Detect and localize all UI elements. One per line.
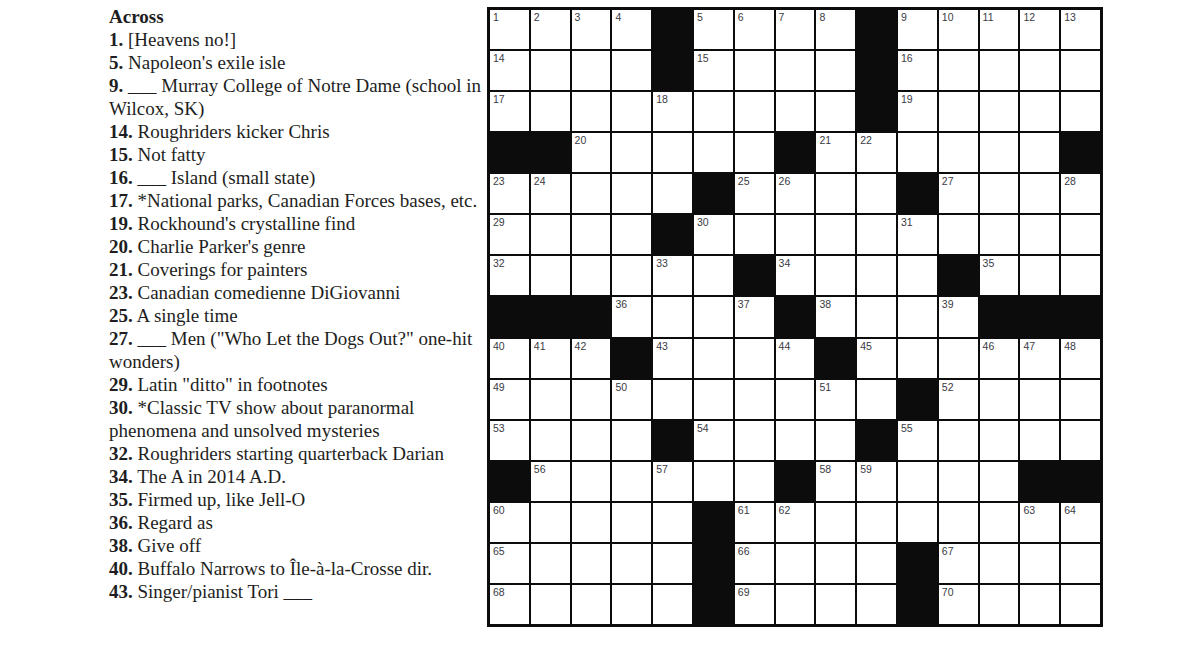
grid-cell[interactable] [1061,215,1100,254]
grid-cell[interactable]: 66 [735,544,774,583]
grid-cell[interactable] [980,92,1019,131]
cell-number: 27 [942,175,954,187]
grid-cell[interactable]: 27 [939,174,978,213]
grid-cell[interactable] [816,585,855,624]
black-cell [776,297,815,336]
grid-cell[interactable]: 13 [1061,10,1100,49]
grid-cell[interactable]: 44 [776,339,815,378]
grid-cell[interactable] [572,421,611,460]
grid-cell[interactable]: 58 [816,462,855,501]
cell-number: 13 [1064,11,1076,23]
grid-cell[interactable]: 19 [898,92,937,131]
grid-cell[interactable]: 11 [980,10,1019,49]
cell-number: 19 [901,93,913,105]
grid-cell[interactable] [939,215,978,254]
grid-cell[interactable] [735,462,774,501]
grid-cell[interactable] [776,51,815,90]
grid-cell[interactable] [735,215,774,254]
cell-number: 45 [860,340,872,352]
grid-cell[interactable] [612,92,651,131]
grid-cell[interactable]: 21 [816,133,855,172]
cell-number: 1 [493,11,499,23]
grid-cell[interactable] [1020,92,1059,131]
grid-cell[interactable] [816,51,855,90]
grid-cell[interactable]: 16 [898,51,937,90]
grid-cell[interactable] [816,256,855,295]
grid-cell[interactable] [816,174,855,213]
clue-number: 1. [109,29,123,50]
grid-cell[interactable] [735,339,774,378]
grid-cell[interactable] [572,503,611,542]
black-cell [816,339,855,378]
clue-number: 27. [109,328,133,349]
grid-cell[interactable] [531,380,570,419]
grid-cell[interactable] [572,380,611,419]
grid-cell[interactable] [1020,256,1059,295]
black-cell [490,133,529,172]
clue-number: 20. [109,236,133,257]
grid-cell[interactable] [898,297,937,336]
clue-number: 32. [109,443,133,464]
cell-number: 64 [1064,504,1076,516]
grid-cell[interactable]: 38 [816,297,855,336]
grid-cell[interactable] [531,503,570,542]
cell-number: 17 [493,93,505,105]
grid-cell[interactable] [816,421,855,460]
cell-number: 67 [942,545,954,557]
grid-cell[interactable]: 43 [653,339,692,378]
grid-cell[interactable]: 52 [939,380,978,419]
grid-cell[interactable] [612,503,651,542]
grid-cell[interactable] [735,51,774,90]
grid-cell[interactable] [531,256,570,295]
grid-cell[interactable] [694,92,733,131]
grid-cell[interactable] [776,544,815,583]
grid-cell[interactable] [612,585,651,624]
cell-number: 5 [697,11,703,23]
grid-cell[interactable] [694,256,733,295]
grid-cell[interactable] [612,256,651,295]
cell-number: 21 [819,134,831,146]
clue-item: 36. Regard as [109,511,487,534]
grid-cell[interactable] [776,585,815,624]
cell-number: 60 [493,504,505,516]
cell-number: 20 [575,134,587,146]
grid-cell[interactable] [612,51,651,90]
cell-number: 2 [534,11,540,23]
clue-item: 15. Not fatty [109,143,487,166]
black-cell [857,421,896,460]
grid-cell[interactable]: 26 [776,174,815,213]
black-cell [1061,297,1100,336]
grid-cell[interactable] [1061,544,1100,583]
grid-cell[interactable] [939,92,978,131]
grid-cell[interactable] [735,92,774,131]
grid-cell[interactable] [1020,174,1059,213]
grid-cell[interactable]: 17 [490,92,529,131]
grid-cell[interactable] [776,215,815,254]
black-cell [490,462,529,501]
grid-cell[interactable]: 68 [490,585,529,624]
grid-cell[interactable] [980,462,1019,501]
cell-number: 34 [779,257,791,269]
grid-cell[interactable] [694,339,733,378]
grid-cell[interactable]: 6 [735,10,774,49]
grid-cell[interactable] [939,421,978,460]
black-cell [694,544,733,583]
clue-item: 25. A single time [109,304,487,327]
grid-cell[interactable] [653,503,692,542]
grid-cell[interactable]: 65 [490,544,529,583]
cell-number: 7 [779,11,785,23]
grid-cell[interactable] [776,92,815,131]
clue-number: 5. [109,52,123,73]
clue-text: ___ Men ("Who Let the Dogs Out?" one-hit… [109,328,472,372]
clue-number: 15. [109,144,133,165]
grid-cell[interactable]: 12 [1020,10,1059,49]
grid-cell[interactable]: 8 [816,10,855,49]
clue-text: Napoleon's exile isle [128,52,286,73]
black-cell [898,544,937,583]
grid-cell[interactable] [1020,380,1059,419]
cell-number: 28 [1064,175,1076,187]
grid-cell[interactable]: 18 [653,92,692,131]
cell-number: 37 [738,298,750,310]
cell-number: 63 [1023,504,1035,516]
cell-number: 32 [493,257,505,269]
grid-cell[interactable] [857,503,896,542]
grid-cell[interactable] [572,585,611,624]
grid-cell[interactable] [612,544,651,583]
grid-cell[interactable]: 45 [857,339,896,378]
grid-cell[interactable]: 30 [694,215,733,254]
grid-cell[interactable] [816,92,855,131]
grid-cell[interactable]: 15 [694,51,733,90]
grid-cell[interactable] [980,215,1019,254]
grid-cell[interactable] [1061,51,1100,90]
cell-number: 44 [779,340,791,352]
grid-cell[interactable] [1061,380,1100,419]
clue-number: 17. [109,190,133,211]
grid-cell[interactable]: 70 [939,585,978,624]
clue-number: 38. [109,535,133,556]
cell-number: 11 [983,11,994,23]
grid-cell[interactable] [857,174,896,213]
grid-cell[interactable] [612,462,651,501]
grid-cell[interactable] [1061,421,1100,460]
cell-number: 57 [656,463,668,475]
grid-cell[interactable] [898,462,937,501]
grid-cell[interactable] [898,256,937,295]
grid-cell[interactable] [939,51,978,90]
clue-item: 9. ___ Murray College of Notre Dame (sch… [109,74,487,120]
grid-cell[interactable]: 41 [531,339,570,378]
clue-item: 5. Napoleon's exile isle [109,51,487,74]
grid-cell[interactable]: 25 [735,174,774,213]
grid-cell[interactable] [776,380,815,419]
grid-cell[interactable] [980,585,1019,624]
grid-cell[interactable]: 59 [857,462,896,501]
grid-cell[interactable]: 49 [490,380,529,419]
grid-cell[interactable] [1020,421,1059,460]
grid-cell[interactable]: 1 [490,10,529,49]
cell-number: 68 [493,586,505,598]
grid-cell[interactable] [653,174,692,213]
cell-number: 31 [901,216,913,228]
grid-cell[interactable] [653,297,692,336]
cell-number: 16 [901,52,913,64]
clue-text: Latin "ditto" in footnotes [138,374,328,395]
grid-cell[interactable] [1061,256,1100,295]
grid-cell[interactable] [857,215,896,254]
grid-cell[interactable]: 32 [490,256,529,295]
grid-cell[interactable] [572,462,611,501]
grid-cell[interactable]: 56 [531,462,570,501]
grid-cell[interactable] [980,380,1019,419]
grid-cell[interactable]: 10 [939,10,978,49]
grid-cell[interactable] [776,421,815,460]
grid-cell[interactable]: 61 [735,503,774,542]
clue-text: The A in 2014 A.D. [137,466,286,487]
clue-text: Charlie Parker's genre [138,236,306,257]
cell-number: 59 [860,463,872,475]
grid-cell[interactable]: 9 [898,10,937,49]
clue-item: 19. Rockhound's crystalline find [109,212,487,235]
cell-number: 52 [942,381,954,393]
grid-cell[interactable]: 4 [612,10,651,49]
grid-cell[interactable]: 28 [1061,174,1100,213]
grid-cell[interactable] [980,544,1019,583]
cell-number: 26 [779,175,791,187]
grid-cell[interactable] [816,503,855,542]
black-cell [1020,297,1059,336]
black-cell [653,421,692,460]
cell-number: 55 [901,422,913,434]
grid-cell[interactable]: 29 [490,215,529,254]
grid-cell[interactable]: 54 [694,421,733,460]
grid-cell[interactable]: 24 [531,174,570,213]
grid-cell[interactable] [1020,133,1059,172]
cell-number: 8 [819,11,825,23]
cell-number: 42 [575,340,587,352]
grid-cell[interactable]: 51 [816,380,855,419]
black-cell [857,92,896,131]
grid-cell[interactable] [898,133,937,172]
grid-cell[interactable]: 35 [980,256,1019,295]
grid-cell[interactable]: 2 [531,10,570,49]
grid-cell[interactable] [694,462,733,501]
grid-cell[interactable] [653,585,692,624]
clue-number: 21. [109,259,133,280]
grid-cell[interactable]: 50 [612,380,651,419]
black-cell [653,10,692,49]
grid-cell[interactable]: 53 [490,421,529,460]
clue-list-header: Across [109,5,487,28]
grid-cell[interactable] [980,503,1019,542]
grid-cell[interactable] [980,51,1019,90]
clue-number: 19. [109,213,133,234]
grid-cell[interactable] [572,215,611,254]
clue-text: Buffalo Narrows to Île-à-la-Crosse dir. [138,558,433,579]
black-cell [653,51,692,90]
grid-cell[interactable] [572,256,611,295]
grid-cell[interactable]: 33 [653,256,692,295]
grid-cell[interactable] [939,339,978,378]
grid-cell[interactable] [531,585,570,624]
black-cell [1061,462,1100,501]
cell-number: 18 [656,93,668,105]
grid-cell[interactable] [531,51,570,90]
grid-cell[interactable] [898,503,937,542]
black-cell [980,297,1019,336]
clue-text: Roughriders kicker Chris [138,121,330,142]
grid-cell[interactable]: 57 [653,462,692,501]
grid-cell[interactable]: 42 [572,339,611,378]
grid-cell[interactable] [735,421,774,460]
crossword-grid: 1234567891011121314151617181920212223242… [487,7,1103,627]
grid-cell[interactable] [735,380,774,419]
cell-number: 35 [983,257,995,269]
grid-cell[interactable] [816,544,855,583]
clue-text: Singer/pianist Tori ___ [138,581,313,602]
grid-cell[interactable] [939,462,978,501]
clue-item: 38. Give off [109,534,487,557]
grid-cell[interactable] [857,297,896,336]
black-cell [776,462,815,501]
grid-cell[interactable] [1020,215,1059,254]
clue-item: 23. Canadian comedienne DiGiovanni [109,281,487,304]
grid-cell[interactable] [694,133,733,172]
grid-cell[interactable]: 39 [939,297,978,336]
grid-cell[interactable] [857,380,896,419]
grid-cell[interactable] [612,133,651,172]
grid-cell[interactable]: 47 [1020,339,1059,378]
cell-number: 53 [493,422,505,434]
grid-cell[interactable]: 64 [1061,503,1100,542]
clue-text: Not fatty [138,144,206,165]
grid-cell[interactable] [653,380,692,419]
clue-text: [Heavens no!] [128,29,236,50]
grid-cell[interactable] [531,421,570,460]
grid-cell[interactable] [531,544,570,583]
cell-number: 29 [493,216,505,228]
grid-cell[interactable]: 34 [776,256,815,295]
black-cell [898,174,937,213]
grid-cell[interactable]: 14 [490,51,529,90]
grid-cell[interactable] [653,544,692,583]
cell-number: 43 [656,340,668,352]
grid-cell[interactable] [857,256,896,295]
grid-cell[interactable] [612,215,651,254]
black-cell [898,585,937,624]
grid-cell[interactable] [612,421,651,460]
cell-number: 22 [860,134,872,146]
cell-number: 4 [615,11,621,23]
cell-number: 56 [534,463,546,475]
grid-cell[interactable] [1061,92,1100,131]
grid-cell[interactable]: 69 [735,585,774,624]
grid-cell[interactable]: 48 [1061,339,1100,378]
grid-cell[interactable]: 40 [490,339,529,378]
clue-number: 29. [109,374,133,395]
grid-cell[interactable] [531,92,570,131]
grid-cell[interactable] [1061,585,1100,624]
grid-cell[interactable]: 22 [857,133,896,172]
grid-cell[interactable] [572,51,611,90]
cell-number: 62 [779,504,791,516]
clue-text: *Classic TV show about paranormal phenom… [109,397,414,441]
grid-cell[interactable] [735,133,774,172]
grid-cell[interactable] [1020,51,1059,90]
grid-cell[interactable] [694,380,733,419]
cell-number: 14 [493,52,505,64]
grid-cell[interactable]: 23 [490,174,529,213]
grid-cell[interactable] [694,297,733,336]
clue-text: Give off [138,535,202,556]
clue-number: 35. [109,489,133,510]
grid-cell[interactable]: 3 [572,10,611,49]
grid-cell[interactable]: 46 [980,339,1019,378]
grid-cell[interactable]: 55 [898,421,937,460]
grid-cell[interactable]: 37 [735,297,774,336]
grid-cell[interactable] [572,174,611,213]
grid-cell[interactable] [531,215,570,254]
clue-item: 35. Firmed up, like Jell-O [109,488,487,511]
grid-cell[interactable] [572,544,611,583]
clue-text: Roughriders starting quarterback Darian [138,443,445,464]
grid-cell[interactable]: 7 [776,10,815,49]
cell-number: 49 [493,381,505,393]
grid-cell[interactable] [939,503,978,542]
grid-cell[interactable] [857,585,896,624]
grid-cell[interactable] [857,544,896,583]
grid-cell[interactable] [572,92,611,131]
black-cell [612,339,651,378]
cell-number: 15 [697,52,709,64]
grid-cell[interactable] [1020,544,1059,583]
grid-cell[interactable] [939,133,978,172]
cell-number: 12 [1023,11,1035,23]
grid-cell[interactable]: 36 [612,297,651,336]
clue-item: 21. Coverings for painters [109,258,487,281]
cell-number: 24 [534,175,546,187]
grid-cell[interactable]: 63 [1020,503,1059,542]
grid-cell[interactable] [898,339,937,378]
cell-number: 33 [656,257,668,269]
grid-cell[interactable]: 31 [898,215,937,254]
clue-item: 1. [Heavens no!] [109,28,487,51]
clue-text: ___ Island (small state) [138,167,316,188]
cell-number: 9 [901,11,907,23]
clue-number: 16. [109,167,133,188]
black-cell [572,297,611,336]
grid-cell[interactable]: 62 [776,503,815,542]
grid-cell[interactable] [1020,585,1059,624]
grid-cell[interactable] [980,421,1019,460]
grid-cell[interactable]: 5 [694,10,733,49]
grid-cell[interactable] [980,174,1019,213]
grid-cell[interactable]: 67 [939,544,978,583]
grid-cell[interactable] [816,215,855,254]
grid-cell[interactable]: 20 [572,133,611,172]
cell-number: 61 [738,504,750,516]
clue-item: 32. Roughriders starting quarterback Dar… [109,442,487,465]
grid-cell[interactable]: 60 [490,503,529,542]
cell-number: 40 [493,340,505,352]
grid-cell[interactable] [612,174,651,213]
grid-cell[interactable] [980,133,1019,172]
grid-cell[interactable] [653,133,692,172]
